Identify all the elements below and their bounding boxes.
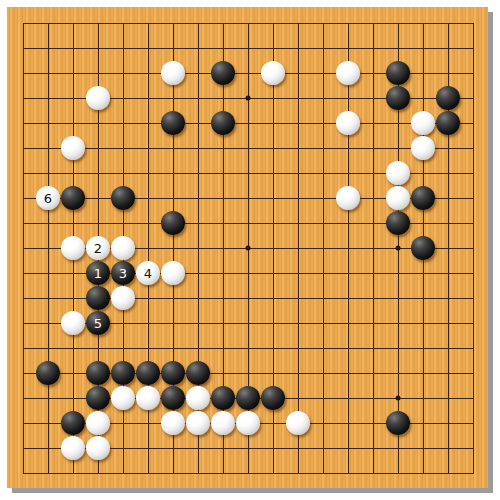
stone-white[interactable] <box>161 61 185 85</box>
stone-black[interactable] <box>186 361 210 385</box>
stone-white[interactable] <box>61 436 85 460</box>
stone-move-number: 6 <box>44 192 52 205</box>
stone-black[interactable] <box>36 361 60 385</box>
stone-black[interactable] <box>386 86 410 110</box>
stone-black-move-3[interactable]: 3 <box>111 261 135 285</box>
stone-white[interactable] <box>186 386 210 410</box>
stone-white[interactable] <box>186 411 210 435</box>
stone-black[interactable] <box>236 386 260 410</box>
stone-white[interactable] <box>411 136 435 160</box>
stone-move-number: 1 <box>94 267 102 280</box>
grid-line-vertical <box>348 23 349 474</box>
stone-white-move-4[interactable]: 4 <box>136 261 160 285</box>
stone-white[interactable] <box>336 186 360 210</box>
stone-white[interactable] <box>111 236 135 260</box>
stone-move-number: 3 <box>119 267 127 280</box>
stone-black[interactable] <box>211 61 235 85</box>
stone-black[interactable] <box>161 111 185 135</box>
stone-white[interactable] <box>86 86 110 110</box>
stone-white[interactable] <box>136 386 160 410</box>
grid-line-vertical <box>323 23 324 474</box>
go-board[interactable]: 621345 <box>7 7 488 488</box>
grid-line-vertical <box>473 23 474 474</box>
stone-move-number: 2 <box>94 242 102 255</box>
stone-white[interactable] <box>61 136 85 160</box>
stone-white[interactable] <box>86 436 110 460</box>
grid-line-vertical <box>373 23 374 474</box>
stone-black[interactable] <box>161 386 185 410</box>
stone-black[interactable] <box>386 411 410 435</box>
stone-move-number: 5 <box>94 317 102 330</box>
star-point <box>396 246 401 251</box>
stone-black[interactable] <box>211 111 235 135</box>
stone-black[interactable] <box>411 236 435 260</box>
star-point <box>396 396 401 401</box>
stone-black[interactable] <box>161 211 185 235</box>
stone-white[interactable] <box>61 311 85 335</box>
stone-black[interactable] <box>61 411 85 435</box>
stone-black[interactable] <box>386 211 410 235</box>
stone-black[interactable] <box>86 386 110 410</box>
stone-white[interactable] <box>236 411 260 435</box>
stone-white[interactable] <box>86 411 110 435</box>
stone-move-number: 4 <box>144 267 152 280</box>
screenshot-canvas: 621345 <box>0 0 500 500</box>
stone-black[interactable] <box>386 61 410 85</box>
stone-black[interactable] <box>261 386 285 410</box>
stone-black-move-5[interactable]: 5 <box>86 311 110 335</box>
stone-black[interactable] <box>411 186 435 210</box>
stone-black[interactable] <box>111 361 135 385</box>
stone-black[interactable] <box>86 361 110 385</box>
stone-white[interactable] <box>411 111 435 135</box>
stone-white[interactable] <box>386 161 410 185</box>
grid-line-horizontal <box>23 473 474 474</box>
stone-black[interactable] <box>436 111 460 135</box>
stone-white[interactable] <box>61 236 85 260</box>
stone-black[interactable] <box>136 361 160 385</box>
stone-white[interactable] <box>161 411 185 435</box>
stone-white[interactable] <box>386 186 410 210</box>
stone-black[interactable] <box>161 361 185 385</box>
stone-white[interactable] <box>161 261 185 285</box>
grid-line-vertical <box>298 23 299 474</box>
star-point <box>246 96 251 101</box>
stone-white[interactable] <box>111 286 135 310</box>
stone-white[interactable] <box>211 411 235 435</box>
stone-black[interactable] <box>111 186 135 210</box>
stone-black[interactable] <box>211 386 235 410</box>
stone-white[interactable] <box>111 386 135 410</box>
star-point <box>246 246 251 251</box>
stone-white-move-6[interactable]: 6 <box>36 186 60 210</box>
stone-black[interactable] <box>61 186 85 210</box>
stone-white[interactable] <box>336 61 360 85</box>
stone-white[interactable] <box>336 111 360 135</box>
stone-white-move-2[interactable]: 2 <box>86 236 110 260</box>
stone-white[interactable] <box>261 61 285 85</box>
stone-black[interactable] <box>86 286 110 310</box>
stone-white[interactable] <box>286 411 310 435</box>
stone-black-move-1[interactable]: 1 <box>86 261 110 285</box>
stone-black[interactable] <box>436 86 460 110</box>
grid-line-horizontal <box>23 348 474 349</box>
